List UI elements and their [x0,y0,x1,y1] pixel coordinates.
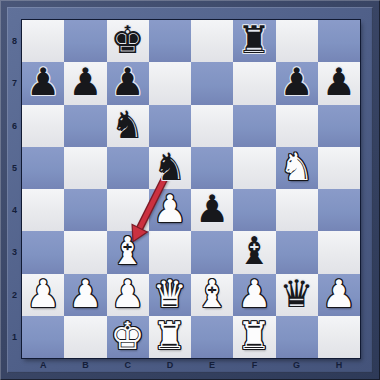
file-label-a: A [22,358,64,373]
square-e4[interactable]: ♟ [191,189,233,231]
square-a2[interactable]: ♟ [22,274,64,316]
square-g5[interactable]: ♞ [276,147,318,189]
square-f5[interactable] [233,147,275,189]
file-label-h: H [318,358,360,373]
square-d3[interactable] [149,231,191,273]
square-f3[interactable]: ♝ [233,231,275,273]
square-f8[interactable]: ♜ [233,20,275,62]
piece-black-knight-c6[interactable]: ♞ [111,106,145,144]
square-d8[interactable] [149,20,191,62]
square-d5[interactable]: ♞ [149,147,191,189]
square-d1[interactable]: ♜ [149,316,191,358]
square-b5[interactable] [64,147,106,189]
square-c3[interactable]: ♝ [107,231,149,273]
file-label-f: F [233,358,275,373]
square-f6[interactable] [233,105,275,147]
square-f4[interactable] [233,189,275,231]
piece-black-queen-g2[interactable]: ♛ [280,275,314,313]
square-d6[interactable] [149,105,191,147]
square-g7[interactable]: ♟ [276,62,318,104]
piece-white-pawn-h2[interactable]: ♟ [322,275,356,313]
file-label-e: E [191,358,233,373]
piece-white-bishop-e2[interactable]: ♝ [195,275,229,313]
piece-white-pawn-b2[interactable]: ♟ [68,275,102,313]
piece-black-rook-f8[interactable]: ♜ [237,21,271,59]
file-labels: A B C D E F G H [22,358,360,373]
piece-black-pawn-h7[interactable]: ♟ [322,63,356,101]
square-g1[interactable] [276,316,318,358]
piece-black-pawn-g7[interactable]: ♟ [280,63,314,101]
file-label-g: G [276,358,318,373]
rank-label-3: 3 [7,231,22,273]
square-g2[interactable]: ♛ [276,274,318,316]
square-e3[interactable] [191,231,233,273]
piece-white-king-c1[interactable]: ♚ [111,317,145,355]
rank-label-5: 5 [7,147,22,189]
file-label-d: D [149,358,191,373]
rank-labels: 8 7 6 5 4 3 2 1 [7,20,22,358]
square-c4[interactable] [107,189,149,231]
square-b4[interactable] [64,189,106,231]
square-a7[interactable]: ♟ [22,62,64,104]
square-h1[interactable] [318,316,360,358]
square-e2[interactable]: ♝ [191,274,233,316]
square-e5[interactable] [191,147,233,189]
square-h2[interactable]: ♟ [318,274,360,316]
square-f1[interactable]: ♜ [233,316,275,358]
piece-black-pawn-e4[interactable]: ♟ [195,190,229,228]
square-c7[interactable]: ♟ [107,62,149,104]
square-c2[interactable]: ♟ [107,274,149,316]
square-h7[interactable]: ♟ [318,62,360,104]
square-g6[interactable] [276,105,318,147]
rank-label-7: 7 [7,62,22,104]
square-a5[interactable] [22,147,64,189]
piece-white-queen-d2[interactable]: ♛ [153,275,187,313]
square-g4[interactable] [276,189,318,231]
square-f7[interactable] [233,62,275,104]
file-label-b: B [64,358,106,373]
square-c6[interactable]: ♞ [107,105,149,147]
square-h6[interactable] [318,105,360,147]
square-h4[interactable] [318,189,360,231]
square-b7[interactable]: ♟ [64,62,106,104]
piece-white-rook-f1[interactable]: ♜ [237,317,271,355]
rank-label-4: 4 [7,189,22,231]
piece-white-pawn-c2[interactable]: ♟ [111,275,145,313]
piece-white-pawn-a2[interactable]: ♟ [26,275,60,313]
rank-label-6: 6 [7,105,22,147]
square-a6[interactable] [22,105,64,147]
square-a1[interactable] [22,316,64,358]
square-c8[interactable]: ♚ [107,20,149,62]
chess-diagram: 8 7 6 5 4 3 2 1 ♚♜♟♟♟♟♟♞♞♞♟♟♝♝♟♟♟♛♝♟♛♟♚♜… [0,0,380,380]
square-b3[interactable] [64,231,106,273]
square-a3[interactable] [22,231,64,273]
square-e1[interactable] [191,316,233,358]
piece-black-pawn-c7[interactable]: ♟ [111,63,145,101]
piece-black-pawn-b7[interactable]: ♟ [68,63,102,101]
piece-white-pawn-f2[interactable]: ♟ [237,275,271,313]
piece-white-knight-g5[interactable]: ♞ [280,148,314,186]
square-c1[interactable]: ♚ [107,316,149,358]
square-h3[interactable] [318,231,360,273]
piece-black-king-c8[interactable]: ♚ [111,21,145,59]
square-d7[interactable] [149,62,191,104]
square-b6[interactable] [64,105,106,147]
chess-board[interactable]: ♚♜♟♟♟♟♟♞♞♞♟♟♝♝♟♟♟♛♝♟♛♟♚♜♜ [22,20,360,358]
piece-black-bishop-f3[interactable]: ♝ [237,232,271,270]
square-d4[interactable]: ♟ [149,189,191,231]
rank-label-2: 2 [7,274,22,316]
square-e7[interactable] [191,62,233,104]
piece-black-pawn-a7[interactable]: ♟ [26,63,60,101]
square-h8[interactable] [318,20,360,62]
square-b1[interactable] [64,316,106,358]
square-h5[interactable] [318,147,360,189]
square-b8[interactable] [64,20,106,62]
square-f2[interactable]: ♟ [233,274,275,316]
square-a4[interactable] [22,189,64,231]
rank-label-8: 8 [7,20,22,62]
square-e6[interactable] [191,105,233,147]
square-b2[interactable]: ♟ [64,274,106,316]
piece-white-bishop-c3[interactable]: ♝ [111,232,145,270]
rank-label-1: 1 [7,316,22,358]
square-e8[interactable] [191,20,233,62]
square-g3[interactable] [276,231,318,273]
square-a8[interactable] [22,20,64,62]
square-g8[interactable] [276,20,318,62]
file-label-c: C [107,358,149,373]
piece-white-rook-d1[interactable]: ♜ [153,317,187,355]
square-c5[interactable] [107,147,149,189]
piece-black-knight-d5[interactable]: ♞ [153,148,187,186]
square-d2[interactable]: ♛ [149,274,191,316]
piece-white-pawn-d4[interactable]: ♟ [153,190,187,228]
